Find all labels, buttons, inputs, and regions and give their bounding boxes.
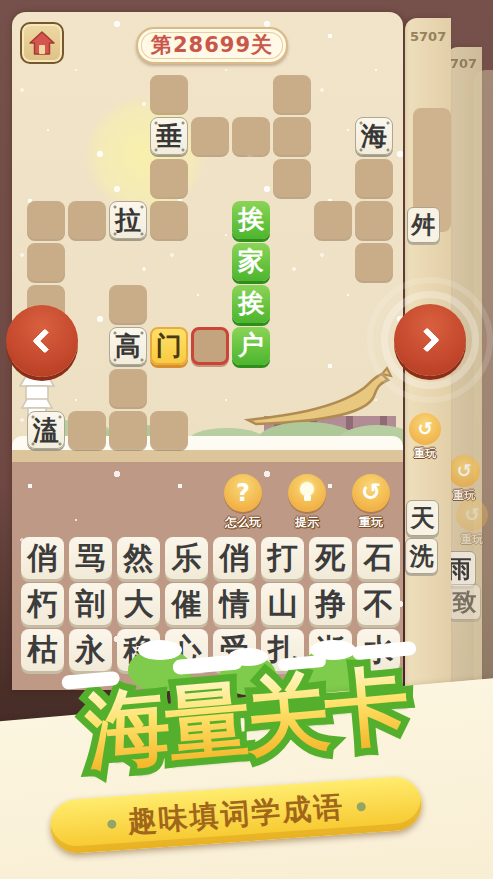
replay-icon: ↺: [456, 499, 488, 531]
rack-tile[interactable]: 催: [165, 583, 208, 625]
toolbar: ? 怎么玩 提示 ↺ 重玩: [222, 474, 392, 531]
replay-icon: ↺: [409, 413, 441, 445]
board-cell-solved[interactable]: 挨: [232, 285, 270, 323]
board-cell-empty[interactable]: [150, 75, 188, 113]
card2-level-fragment: 5707: [410, 29, 446, 44]
card3-replay-ghost: ↺ 重玩: [452, 499, 492, 547]
board-cell-empty[interactable]: [273, 159, 311, 197]
home-icon: [28, 30, 56, 56]
board-cell-given: 垂: [150, 117, 188, 155]
board-cell-empty[interactable]: [150, 411, 188, 449]
board-area: 垂海拉挨家挨高门户溘: [12, 12, 403, 462]
board-cell-empty[interactable]: [355, 243, 393, 281]
pill-dot: [356, 801, 366, 811]
board-cell-empty[interactable]: [232, 117, 270, 155]
rack-tile[interactable]: 俏: [21, 537, 64, 579]
board-cell-empty[interactable]: [68, 201, 106, 239]
card2-replay-button[interactable]: ↺ 重玩: [405, 413, 445, 461]
rack-tile[interactable]: 死: [309, 537, 352, 579]
sand-ground: [12, 450, 403, 462]
pill-dot: [107, 819, 117, 829]
replay-icon: ↺: [448, 455, 480, 487]
board-cell-empty[interactable]: [68, 411, 106, 449]
board-cell-placed[interactable]: 门: [150, 327, 188, 365]
rack-tile[interactable]: 然: [117, 537, 160, 579]
board-cell-empty[interactable]: [109, 411, 147, 449]
rack-tile[interactable]: 石: [357, 537, 400, 579]
rack-tile[interactable]: 骂: [69, 537, 112, 579]
board-cell-given: 拉: [109, 201, 147, 239]
board-cell-solved[interactable]: 挨: [232, 201, 270, 239]
level-banner: 第28699关: [136, 27, 288, 64]
rack-tile[interactable]: 不: [357, 583, 400, 625]
board-cell-empty[interactable]: [355, 201, 393, 239]
board-cell-given: 高: [109, 327, 147, 365]
card3-level-fragment: 707: [450, 56, 477, 71]
question-icon: ?: [224, 474, 262, 512]
rack-tile[interactable]: 情: [213, 583, 256, 625]
rack-tile[interactable]: 乐: [165, 537, 208, 579]
next-level-arrow[interactable]: [394, 304, 466, 376]
board-cell-empty[interactable]: [27, 243, 65, 281]
board-cell-empty[interactable]: [355, 159, 393, 197]
board-cell-empty[interactable]: [314, 201, 352, 239]
rack-tile[interactable]: 剖: [69, 583, 112, 625]
prev-level-arrow[interactable]: [6, 305, 78, 377]
app-screen: 707 ↺ 重玩 ↺ 重玩 雨 致 5707 舛 ↺ 重玩 天 洗: [0, 0, 493, 879]
replay-button[interactable]: ↺ 重玩: [350, 474, 392, 531]
board-grid: 垂海拉挨家挨高门户溘: [27, 75, 393, 449]
home-button[interactable]: [20, 22, 64, 64]
board-cell-empty[interactable]: [150, 201, 188, 239]
board-cell-empty[interactable]: [273, 75, 311, 113]
chevron-right-icon: [414, 327, 439, 352]
board-cell-given: 海: [355, 117, 393, 155]
bulb-icon: [300, 482, 314, 496]
chevron-left-icon: [32, 328, 57, 353]
card2-tile: 天: [406, 500, 439, 536]
board-cell-empty[interactable]: [109, 369, 147, 407]
rack-tile[interactable]: 俏: [213, 537, 256, 579]
rack-tile[interactable]: 大: [117, 583, 160, 625]
promo-subtitle-text: 趣味填词学成语: [126, 787, 345, 842]
board-cell-given: 溘: [27, 411, 65, 449]
replay-icon: ↺: [352, 474, 390, 510]
board-cell-empty[interactable]: [191, 117, 229, 155]
board-cell-solved[interactable]: 户: [232, 327, 270, 365]
how-to-play-button[interactable]: ? 怎么玩: [222, 474, 264, 531]
board-cell-selected[interactable]: [191, 327, 229, 365]
card2-tile: 舛: [407, 207, 440, 243]
rack-tile[interactable]: 枯: [21, 629, 64, 671]
board-cell-solved[interactable]: 家: [232, 243, 270, 281]
board-cell-empty[interactable]: [273, 117, 311, 155]
rack-tile[interactable]: 山: [261, 583, 304, 625]
card3-tile: 致: [448, 584, 481, 620]
hint-button[interactable]: 提示: [286, 474, 328, 531]
board-cell-empty[interactable]: [150, 159, 188, 197]
rack-tile[interactable]: 朽: [21, 583, 64, 625]
board-cell-empty[interactable]: [109, 285, 147, 323]
rack-tile[interactable]: 打: [261, 537, 304, 579]
rack-tile[interactable]: 挣: [309, 583, 352, 625]
board-cell-empty[interactable]: [27, 201, 65, 239]
rack-tile[interactable]: 永: [69, 629, 112, 671]
card2-tile: 洗: [405, 538, 438, 574]
